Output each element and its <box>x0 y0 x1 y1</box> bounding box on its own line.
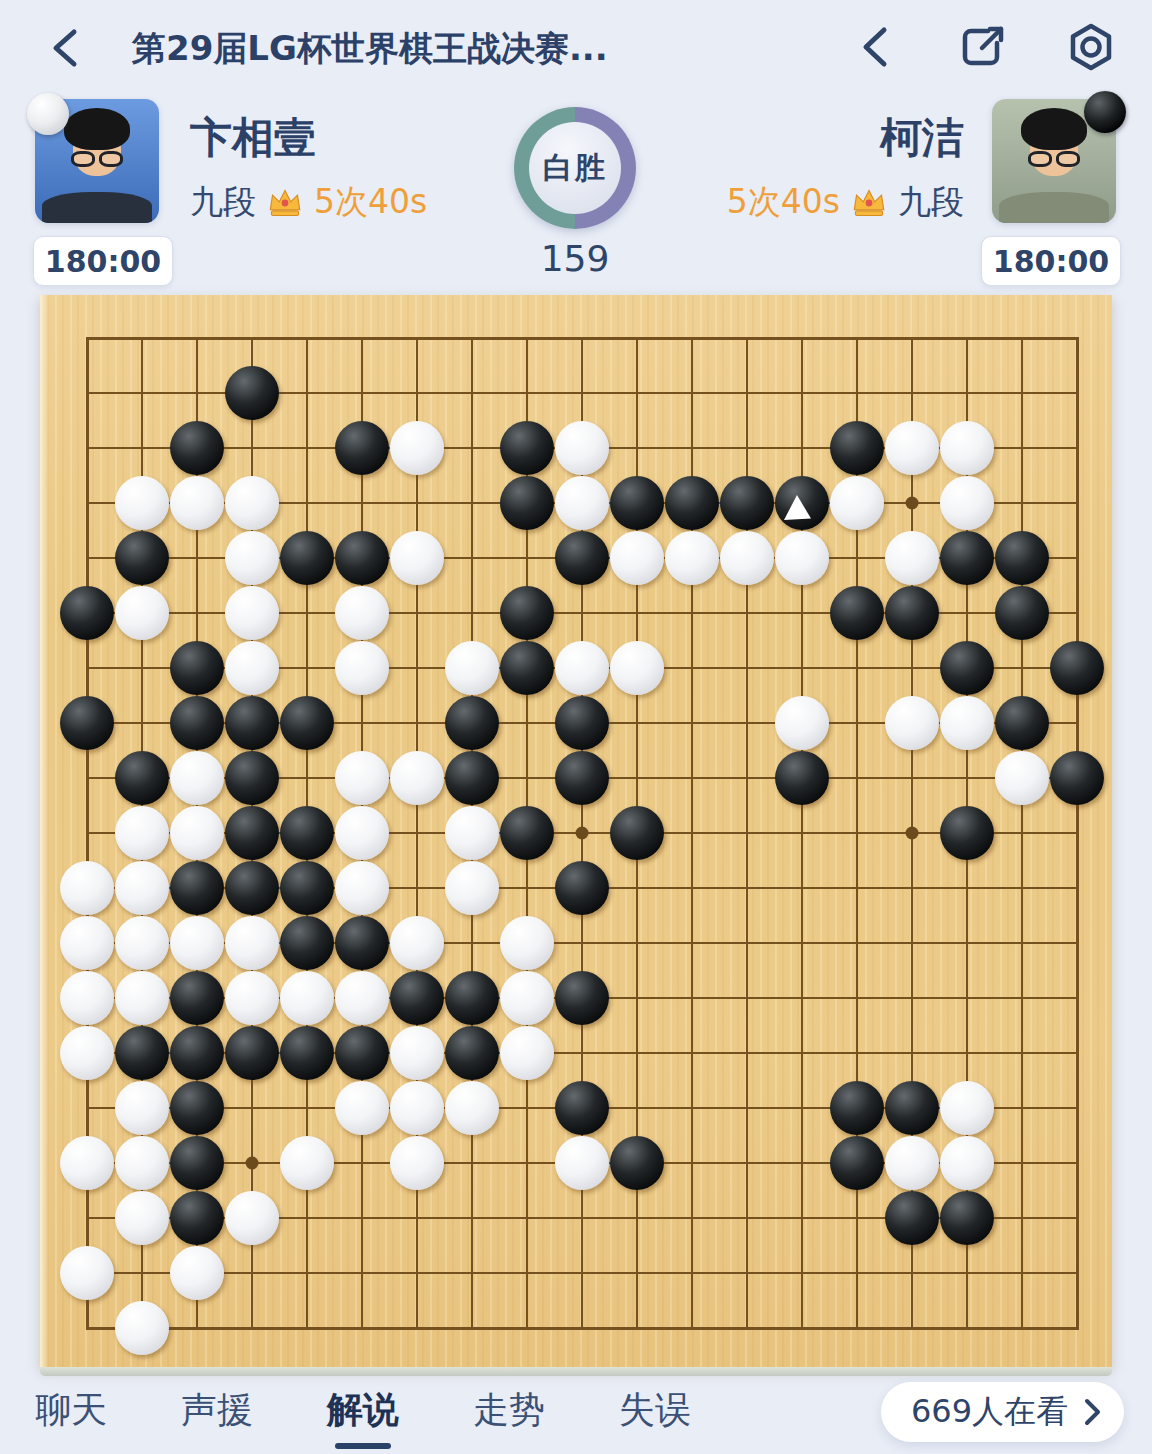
stone-white <box>775 531 829 585</box>
stone-white <box>60 1136 114 1190</box>
stone-white <box>335 751 389 805</box>
stone-black <box>555 696 609 750</box>
star-point <box>246 1157 259 1170</box>
stone-black <box>390 971 444 1025</box>
stone-white <box>225 531 279 585</box>
stone-white <box>280 971 334 1025</box>
stone-black <box>170 696 224 750</box>
chevron-right-icon <box>1082 1397 1102 1427</box>
stone-black <box>60 696 114 750</box>
stone-black <box>500 641 554 695</box>
stone-black <box>225 366 279 420</box>
move-count: 159 <box>514 238 636 279</box>
white-stone-badge-icon <box>27 93 69 135</box>
stone-white <box>225 641 279 695</box>
stone-white <box>995 751 1049 805</box>
stone-black <box>940 531 994 585</box>
stone-white <box>170 806 224 860</box>
stone-black <box>830 1081 884 1135</box>
stone-black <box>775 476 829 530</box>
stone-white <box>335 861 389 915</box>
stone-white <box>115 476 169 530</box>
stone-white <box>720 531 774 585</box>
stone-white <box>225 586 279 640</box>
stone-white <box>445 861 499 915</box>
white-player-clock: 180:00 <box>33 236 173 286</box>
grid-line <box>1021 337 1023 1330</box>
stone-black <box>225 696 279 750</box>
app-screen: 第29届LG杯世界棋王战决赛... <box>0 0 1152 1454</box>
stone-black <box>280 861 334 915</box>
page-title: 第29届LG杯世界棋王战决赛... <box>132 26 608 72</box>
players-panel: 卞相壹 九段 5次40s 180:00 白胜 159 柯洁 5次40s <box>0 96 1152 292</box>
stone-black <box>610 476 664 530</box>
stone-black <box>115 531 169 585</box>
stone-black <box>940 641 994 695</box>
stone-black <box>885 586 939 640</box>
stone-black <box>500 421 554 475</box>
stone-black <box>170 971 224 1025</box>
stone-white <box>555 476 609 530</box>
stone-black <box>225 751 279 805</box>
stone-white <box>60 861 114 915</box>
stone-black <box>720 476 774 530</box>
stone-white <box>280 1136 334 1190</box>
stone-white <box>390 751 444 805</box>
stone-white <box>885 421 939 475</box>
tab-mistakes[interactable]: 失误 <box>619 1378 691 1443</box>
bottom-bar: 聊天 声援 解说 走势 失误 669人在看 <box>0 1378 1152 1454</box>
stone-white <box>445 1081 499 1135</box>
stone-white <box>940 1136 994 1190</box>
stone-black <box>885 1191 939 1245</box>
stone-black <box>335 916 389 970</box>
star-point <box>906 497 919 510</box>
stone-white <box>60 971 114 1025</box>
grid-line <box>86 1327 1079 1330</box>
white-player-byoyomi: 5次40s <box>314 180 427 225</box>
stone-white <box>500 916 554 970</box>
stone-black <box>280 696 334 750</box>
stone-black <box>335 421 389 475</box>
stone-black <box>885 1081 939 1135</box>
black-player-meta: 5次40s 九段 <box>727 180 964 225</box>
stone-black <box>995 531 1049 585</box>
stone-black <box>500 806 554 860</box>
go-board[interactable] <box>40 295 1112 1367</box>
stone-black <box>445 971 499 1025</box>
stone-white <box>225 476 279 530</box>
stone-black <box>1050 751 1104 805</box>
stone-black <box>170 1191 224 1245</box>
stone-black <box>555 861 609 915</box>
stone-white <box>500 1026 554 1080</box>
tab-trend[interactable]: 走势 <box>473 1378 545 1443</box>
stone-black <box>445 751 499 805</box>
share-icon <box>958 22 1008 72</box>
stone-white <box>60 1026 114 1080</box>
stone-black <box>995 586 1049 640</box>
stone-white <box>335 641 389 695</box>
stone-black <box>115 1026 169 1080</box>
white-player-rank: 九段 <box>190 180 256 225</box>
stone-white <box>610 531 664 585</box>
stone-white <box>170 1246 224 1300</box>
stone-black <box>170 421 224 475</box>
tab-cheer[interactable]: 声援 <box>181 1378 253 1443</box>
grid-line <box>1076 337 1079 1330</box>
stone-black <box>280 806 334 860</box>
tab-bar: 聊天 声援 解说 走势 失误 <box>35 1378 691 1443</box>
stone-black <box>610 806 664 860</box>
stone-white <box>775 696 829 750</box>
stone-white <box>170 916 224 970</box>
star-point <box>906 827 919 840</box>
stone-black <box>280 916 334 970</box>
top-bar: 第29届LG杯世界棋王战决赛... <box>0 0 1152 96</box>
crown-icon <box>268 188 302 218</box>
stone-black <box>170 1026 224 1080</box>
star-point <box>576 827 589 840</box>
stone-white <box>390 1026 444 1080</box>
stone-black <box>830 586 884 640</box>
black-player-rank: 九段 <box>898 180 964 225</box>
stone-white <box>940 476 994 530</box>
tab-commentary[interactable]: 解说 <box>327 1378 399 1443</box>
stone-black <box>225 1026 279 1080</box>
stone-black <box>445 1026 499 1080</box>
stone-black <box>555 531 609 585</box>
settings-icon <box>1066 22 1116 72</box>
tab-commentary-label: 解说 <box>327 1389 399 1430</box>
stone-black <box>830 1136 884 1190</box>
stone-white <box>115 1136 169 1190</box>
stone-white <box>940 696 994 750</box>
settings-button[interactable] <box>1066 22 1116 72</box>
stone-white <box>940 1081 994 1135</box>
active-tab-underline <box>335 1443 391 1449</box>
stone-white <box>115 971 169 1025</box>
stone-white <box>665 531 719 585</box>
stone-white <box>60 1246 114 1300</box>
stone-white <box>115 586 169 640</box>
stone-black <box>170 861 224 915</box>
stone-black <box>335 531 389 585</box>
stone-white <box>445 641 499 695</box>
result-ring: 白胜 <box>514 107 636 229</box>
stone-white <box>445 806 499 860</box>
crown-icon <box>852 188 886 218</box>
stone-white <box>555 1136 609 1190</box>
stone-white <box>115 806 169 860</box>
viewers-pill[interactable]: 669人在看 <box>881 1382 1124 1442</box>
stone-black <box>280 531 334 585</box>
stone-white <box>335 1081 389 1135</box>
stone-black <box>830 421 884 475</box>
stone-white <box>885 1136 939 1190</box>
stone-white <box>115 1191 169 1245</box>
stone-white <box>60 916 114 970</box>
header-actions <box>850 22 1116 72</box>
result-label: 白胜 <box>529 122 621 214</box>
prev-move-button[interactable] <box>850 22 900 72</box>
stone-white <box>225 1191 279 1245</box>
stone-white <box>390 916 444 970</box>
stone-white <box>940 421 994 475</box>
stone-white <box>115 1301 169 1355</box>
stone-black <box>775 751 829 805</box>
stone-white <box>390 421 444 475</box>
white-player-meta: 九段 5次40s <box>190 180 427 225</box>
stone-black <box>610 1136 664 1190</box>
stone-black <box>940 806 994 860</box>
stone-black <box>170 641 224 695</box>
stone-black <box>170 1081 224 1135</box>
stone-black <box>60 586 114 640</box>
stone-white <box>390 1136 444 1190</box>
stone-white <box>555 641 609 695</box>
black-stone-badge-icon <box>1084 91 1126 133</box>
stone-black <box>665 476 719 530</box>
stone-white <box>390 531 444 585</box>
black-player-name: 柯洁 <box>880 110 964 166</box>
stone-white <box>610 641 664 695</box>
stone-white <box>335 971 389 1025</box>
stone-white <box>555 421 609 475</box>
stone-black <box>555 1081 609 1135</box>
stone-black <box>280 1026 334 1080</box>
stone-black <box>500 586 554 640</box>
stone-white <box>225 916 279 970</box>
black-player-clock: 180:00 <box>981 236 1121 286</box>
white-player-name: 卞相壹 <box>190 110 316 166</box>
stone-white <box>830 476 884 530</box>
stone-white <box>335 586 389 640</box>
stone-white <box>115 861 169 915</box>
stone-black <box>445 696 499 750</box>
stone-black <box>115 751 169 805</box>
black-player-avatar[interactable] <box>992 99 1116 223</box>
stone-white <box>885 696 939 750</box>
stone-white <box>885 531 939 585</box>
stone-white <box>170 476 224 530</box>
stone-white <box>225 971 279 1025</box>
stone-black <box>335 1026 389 1080</box>
stone-white <box>170 751 224 805</box>
back-button[interactable] <box>44 24 88 72</box>
stone-black <box>940 1191 994 1245</box>
back-chevron-icon <box>44 24 88 72</box>
black-player-byoyomi: 5次40s <box>727 180 840 225</box>
stone-black <box>995 696 1049 750</box>
board-edge <box>40 1367 1112 1376</box>
stone-white <box>500 971 554 1025</box>
stone-black <box>225 861 279 915</box>
chevron-left-icon <box>858 24 892 70</box>
viewers-count: 669人在看 <box>911 1390 1068 1434</box>
white-player-avatar[interactable] <box>35 99 159 223</box>
grid-line <box>86 1272 1079 1274</box>
last-move-marker-icon <box>784 495 811 520</box>
stone-white <box>115 1081 169 1135</box>
stone-black <box>500 476 554 530</box>
stone-black <box>555 971 609 1025</box>
stone-black <box>1050 641 1104 695</box>
tab-chat[interactable]: 聊天 <box>35 1378 107 1443</box>
stone-white <box>115 916 169 970</box>
share-button[interactable] <box>958 22 1008 72</box>
stone-white <box>390 1081 444 1135</box>
stone-black <box>555 751 609 805</box>
stone-black <box>225 806 279 860</box>
stone-black <box>170 1136 224 1190</box>
stone-white <box>335 806 389 860</box>
